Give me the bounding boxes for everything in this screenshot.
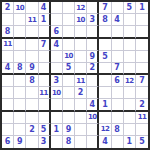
cell-r8c5[interactable]: 10: [51, 87, 63, 99]
cell-r12c4[interactable]: 3: [39, 136, 51, 148]
cell-r6c10[interactable]: 7: [112, 63, 124, 75]
cell-r1c11[interactable]: 5: [124, 2, 136, 14]
cell-r5c8[interactable]: 9: [87, 51, 99, 63]
cell-r11c11[interactable]: [124, 124, 136, 136]
cell-r1c3[interactable]: [26, 2, 38, 14]
cell-r8c12[interactable]: [136, 87, 148, 99]
cell-r11c12[interactable]: [136, 124, 148, 136]
cell-r6c1[interactable]: 4: [2, 63, 14, 75]
cell-r1c5[interactable]: [51, 2, 63, 14]
cell-r11c1[interactable]: [2, 124, 14, 136]
cell-r1c4[interactable]: 4: [39, 2, 51, 14]
cell-r6c5[interactable]: [51, 63, 63, 75]
cell-r3c10[interactable]: [112, 26, 124, 38]
cell-r10c7[interactable]: [75, 112, 87, 124]
cell-r12c8[interactable]: [87, 136, 99, 148]
cell-r12c9[interactable]: 4: [99, 136, 111, 148]
cell-r7c7[interactable]: 11: [75, 75, 87, 87]
cell-r9c12[interactable]: 2: [136, 99, 148, 111]
cell-r6c8[interactable]: 2: [87, 63, 99, 75]
cell-r12c12[interactable]: 5: [136, 136, 148, 148]
cell-r4c2[interactable]: [14, 39, 26, 51]
cell-r8c8[interactable]: [87, 87, 99, 99]
cell-r11c9[interactable]: 12: [99, 124, 111, 136]
cell-r4c10[interactable]: [112, 39, 124, 51]
cell-r11c3[interactable]: 2: [26, 124, 38, 136]
cell-r6c2[interactable]: 8: [14, 63, 26, 75]
cell-r7c3[interactable]: 8: [26, 75, 38, 87]
cell-r2c1[interactable]: [2, 14, 14, 26]
cell-r11c7[interactable]: [75, 124, 87, 136]
cell-r5c7[interactable]: [75, 51, 87, 63]
cell-r10c11[interactable]: [124, 112, 136, 124]
cell-r8c4[interactable]: 11: [39, 87, 51, 99]
cell-r4c6[interactable]: [63, 39, 75, 51]
cell-r11c5[interactable]: 1: [51, 124, 63, 136]
cell-r2c12[interactable]: [136, 14, 148, 26]
cell-r12c5[interactable]: [51, 136, 63, 148]
cell-r8c9[interactable]: [99, 87, 111, 99]
cell-r5c5[interactable]: [51, 51, 63, 63]
cell-r5c12[interactable]: [136, 51, 148, 63]
cell-r12c3[interactable]: [26, 136, 38, 148]
cell-r3c11[interactable]: [124, 26, 136, 38]
cell-r9c1[interactable]: [2, 99, 14, 111]
cell-r12c11[interactable]: 1: [124, 136, 136, 148]
cell-r3c1[interactable]: 8: [2, 26, 14, 38]
cell-r10c4[interactable]: [39, 112, 51, 124]
cell-r2c8[interactable]: 3: [87, 14, 99, 26]
cell-r6c9[interactable]: [99, 63, 111, 75]
cell-r9c5[interactable]: [51, 99, 63, 111]
cell-r6c12[interactable]: [136, 63, 148, 75]
cell-r5c2[interactable]: [14, 51, 26, 63]
cell-r12c7[interactable]: [75, 136, 87, 148]
cell-r3c8[interactable]: [87, 26, 99, 38]
cell-r5c6[interactable]: 10: [63, 51, 75, 63]
cell-r3c9[interactable]: [99, 26, 111, 38]
cell-r3c6[interactable]: [63, 26, 75, 38]
cell-r2c10[interactable]: 4: [112, 14, 124, 26]
cell-r6c7[interactable]: [75, 63, 87, 75]
cell-r1c2[interactable]: 10: [14, 2, 26, 14]
cell-r12c1[interactable]: 6: [2, 136, 14, 148]
cell-r9c6[interactable]: [63, 99, 75, 111]
cell-r3c7[interactable]: [75, 26, 87, 38]
cell-r5c1[interactable]: [2, 51, 14, 63]
cell-r5c10[interactable]: [112, 51, 124, 63]
cell-r1c6[interactable]: [63, 2, 75, 14]
cell-r1c1[interactable]: 2: [2, 2, 14, 14]
cell-r10c8[interactable]: 10: [87, 112, 99, 124]
cell-r1c10[interactable]: [112, 2, 124, 14]
cell-r8c2[interactable]: [14, 87, 26, 99]
cell-r8c6[interactable]: [63, 87, 75, 99]
cell-r1c12[interactable]: 1: [136, 2, 148, 14]
cell-r7c5[interactable]: 3: [51, 75, 63, 87]
cell-r8c10[interactable]: [112, 87, 124, 99]
cell-r4c5[interactable]: 4: [51, 39, 63, 51]
cell-r4c4[interactable]: 7: [39, 39, 51, 51]
cell-r8c3[interactable]: [26, 87, 38, 99]
cell-r3c2[interactable]: [14, 26, 26, 38]
cell-r12c10[interactable]: [112, 136, 124, 148]
cell-r4c11[interactable]: [124, 39, 136, 51]
cell-r6c4[interactable]: [39, 63, 51, 75]
cell-r6c6[interactable]: 5: [63, 63, 75, 75]
cell-r9c11[interactable]: [124, 99, 136, 111]
cell-r11c4[interactable]: 5: [39, 124, 51, 136]
cell-r9c3[interactable]: [26, 99, 38, 111]
cell-r2c11[interactable]: [124, 14, 136, 26]
cell-r7c11[interactable]: 12: [124, 75, 136, 87]
cell-r4c7[interactable]: [75, 39, 87, 51]
cell-r3c5[interactable]: 6: [51, 26, 63, 38]
cell-r12c2[interactable]: 9: [14, 136, 26, 148]
cell-r3c4[interactable]: [39, 26, 51, 38]
sudoku-board: 2104127511111038486117410954895278311612…: [0, 0, 150, 150]
cell-r7c1[interactable]: [2, 75, 14, 87]
cell-r3c12[interactable]: [136, 26, 148, 38]
cell-r7c12[interactable]: 7: [136, 75, 148, 87]
cell-r10c6[interactable]: [63, 112, 75, 124]
cell-r10c10[interactable]: [112, 112, 124, 124]
cell-r5c3[interactable]: [26, 51, 38, 63]
cell-r7c8[interactable]: [87, 75, 99, 87]
cell-r4c12[interactable]: [136, 39, 148, 51]
cell-r2c3[interactable]: 11: [26, 14, 38, 26]
cell-r8c7[interactable]: 2: [75, 87, 87, 99]
cell-r11c6[interactable]: 9: [63, 124, 75, 136]
cell-r7c6[interactable]: [63, 75, 75, 87]
cell-r10c1[interactable]: [2, 112, 14, 124]
cell-r5c4[interactable]: [39, 51, 51, 63]
cell-r3c3[interactable]: [26, 26, 38, 38]
cell-r9c2[interactable]: [14, 99, 26, 111]
cell-r2c7[interactable]: 10: [75, 14, 87, 26]
cell-r4c1[interactable]: 11: [2, 39, 14, 51]
cell-r2c2[interactable]: [14, 14, 26, 26]
cell-r11c2[interactable]: [14, 124, 26, 136]
cell-r7c2[interactable]: [14, 75, 26, 87]
cell-r8c11[interactable]: [124, 87, 136, 99]
cell-r7c9[interactable]: [99, 75, 111, 87]
cell-r2c6[interactable]: [63, 14, 75, 26]
cell-r5c11[interactable]: [124, 51, 136, 63]
cell-r2c4[interactable]: 1: [39, 14, 51, 26]
cell-r1c9[interactable]: 7: [99, 2, 111, 14]
cell-r4c8[interactable]: [87, 39, 99, 51]
cell-r5c9[interactable]: 5: [99, 51, 111, 63]
cell-r12c6[interactable]: 8: [63, 136, 75, 148]
cell-r10c9[interactable]: [99, 112, 111, 124]
cell-r11c8[interactable]: [87, 124, 99, 136]
cell-r10c12[interactable]: 11: [136, 112, 148, 124]
cell-r1c7[interactable]: 12: [75, 2, 87, 14]
cell-r4c3[interactable]: [26, 39, 38, 51]
cell-r9c7[interactable]: [75, 99, 87, 111]
cell-r4c9[interactable]: [99, 39, 111, 51]
cell-r11c10[interactable]: 8: [112, 124, 124, 136]
cell-r9c10[interactable]: [112, 99, 124, 111]
cell-r6c11[interactable]: [124, 63, 136, 75]
cell-r9c8[interactable]: 4: [87, 99, 99, 111]
cell-r1c8[interactable]: [87, 2, 99, 14]
cell-r10c5[interactable]: [51, 112, 63, 124]
cell-r9c9[interactable]: 1: [99, 99, 111, 111]
cell-r7c10[interactable]: 6: [112, 75, 124, 87]
cell-r10c3[interactable]: [26, 112, 38, 124]
cell-r10c2[interactable]: [14, 112, 26, 124]
cell-r8c1[interactable]: [2, 87, 14, 99]
cell-r2c5[interactable]: [51, 14, 63, 26]
cell-r2c9[interactable]: 8: [99, 14, 111, 26]
cell-r9c4[interactable]: [39, 99, 51, 111]
cell-r6c3[interactable]: 9: [26, 63, 38, 75]
cell-r7c4[interactable]: [39, 75, 51, 87]
